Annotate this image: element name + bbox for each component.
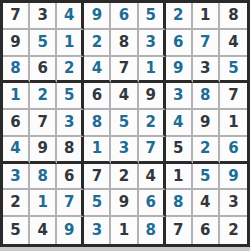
sudoku-cell-r9c8[interactable]: 6 <box>193 217 220 244</box>
sudoku-cell-r8c3[interactable]: 7 <box>57 190 84 217</box>
sudoku-cell-r2c8[interactable]: 7 <box>193 30 220 57</box>
sudoku-cell-r1c3[interactable]: 4 <box>57 3 84 30</box>
sudoku-cell-r5c9[interactable]: 1 <box>220 110 247 137</box>
sudoku-cell-r9c9[interactable]: 2 <box>220 217 247 244</box>
sudoku-cell-r6c8[interactable]: 2 <box>193 137 220 164</box>
sudoku-cell-r3c1[interactable]: 8 <box>3 57 30 84</box>
sudoku-cell-r7c5[interactable]: 2 <box>111 164 138 191</box>
sudoku-cell-r2c5[interactable]: 8 <box>111 30 138 57</box>
sudoku-cell-r9c5[interactable]: 1 <box>111 217 138 244</box>
sudoku-cell-r1c1[interactable]: 7 <box>3 3 30 30</box>
sudoku-cell-r2c2[interactable]: 5 <box>30 30 57 57</box>
sudoku-cell-r2c7[interactable]: 6 <box>166 30 193 57</box>
sudoku-cell-r5c3[interactable]: 3 <box>57 110 84 137</box>
sudoku-cell-r6c9[interactable]: 6 <box>220 137 247 164</box>
sudoku-cell-r8c2[interactable]: 1 <box>30 190 57 217</box>
sudoku-cell-r6c4[interactable]: 1 <box>84 137 111 164</box>
sudoku-cell-r6c3[interactable]: 8 <box>57 137 84 164</box>
sudoku-cell-r4c4[interactable]: 6 <box>84 83 111 110</box>
sudoku-cell-r4c8[interactable]: 8 <box>193 83 220 110</box>
sudoku-cell-r3c7[interactable]: 9 <box>166 57 193 84</box>
sudoku-cell-r6c2[interactable]: 9 <box>30 137 57 164</box>
sudoku-cell-r3c8[interactable]: 3 <box>193 57 220 84</box>
sudoku-cell-r4c9[interactable]: 7 <box>220 83 247 110</box>
sudoku-cell-r7c2[interactable]: 8 <box>30 164 57 191</box>
sudoku-cell-r6c6[interactable]: 7 <box>139 137 166 164</box>
sudoku-cell-r8c8[interactable]: 4 <box>193 190 220 217</box>
sudoku-cell-r9c6[interactable]: 8 <box>139 217 166 244</box>
sudoku-cell-r7c3[interactable]: 6 <box>57 164 84 191</box>
sudoku-cell-r1c7[interactable]: 2 <box>166 3 193 30</box>
sudoku-cell-r4c7[interactable]: 3 <box>166 83 193 110</box>
sudoku-cell-r8c7[interactable]: 8 <box>166 190 193 217</box>
sudoku-cell-r7c7[interactable]: 1 <box>166 164 193 191</box>
sudoku-cell-r2c9[interactable]: 4 <box>220 30 247 57</box>
sudoku-cell-r2c4[interactable]: 2 <box>84 30 111 57</box>
sudoku-cell-r4c2[interactable]: 2 <box>30 83 57 110</box>
sudoku-cell-r7c6[interactable]: 4 <box>139 164 166 191</box>
sudoku-cell-r1c8[interactable]: 1 <box>193 3 220 30</box>
sudoku-cell-r6c1[interactable]: 4 <box>3 137 30 164</box>
sudoku-cell-r9c4[interactable]: 3 <box>84 217 111 244</box>
sudoku-cell-r5c6[interactable]: 2 <box>139 110 166 137</box>
sudoku-cell-r4c6[interactable]: 9 <box>139 83 166 110</box>
sudoku-cell-r1c4[interactable]: 9 <box>84 3 111 30</box>
sudoku-cell-r1c2[interactable]: 3 <box>30 3 57 30</box>
sudoku-cell-r5c2[interactable]: 7 <box>30 110 57 137</box>
sudoku-cell-r6c7[interactable]: 5 <box>166 137 193 164</box>
sudoku-cell-r9c1[interactable]: 5 <box>3 217 30 244</box>
sudoku-cell-r9c2[interactable]: 4 <box>30 217 57 244</box>
sudoku-cell-r3c9[interactable]: 5 <box>220 57 247 84</box>
sudoku-cell-r2c3[interactable]: 1 <box>57 30 84 57</box>
sudoku-cell-r9c7[interactable]: 7 <box>166 217 193 244</box>
sudoku-cell-r8c1[interactable]: 2 <box>3 190 30 217</box>
sudoku-cell-r1c5[interactable]: 6 <box>111 3 138 30</box>
sudoku-cell-r1c9[interactable]: 8 <box>220 3 247 30</box>
sudoku-cell-r4c5[interactable]: 4 <box>111 83 138 110</box>
sudoku-cell-r8c4[interactable]: 5 <box>84 190 111 217</box>
sudoku-cell-r5c1[interactable]: 6 <box>3 110 30 137</box>
sudoku-cell-r7c8[interactable]: 5 <box>193 164 220 191</box>
sudoku-cell-r3c6[interactable]: 1 <box>139 57 166 84</box>
sudoku-cell-r7c4[interactable]: 7 <box>84 164 111 191</box>
sudoku-cell-r2c6[interactable]: 3 <box>139 30 166 57</box>
sudoku-cell-r7c1[interactable]: 3 <box>3 164 30 191</box>
sudoku-cell-r4c1[interactable]: 1 <box>3 83 30 110</box>
sudoku-cell-r3c4[interactable]: 4 <box>84 57 111 84</box>
sudoku-cell-r9c3[interactable]: 9 <box>57 217 84 244</box>
sudoku-cell-r4c3[interactable]: 5 <box>57 83 84 110</box>
sudoku-cell-r5c7[interactable]: 4 <box>166 110 193 137</box>
sudoku-cell-r5c8[interactable]: 9 <box>193 110 220 137</box>
sudoku-cell-r8c9[interactable]: 3 <box>220 190 247 217</box>
sudoku-cell-r8c6[interactable]: 6 <box>139 190 166 217</box>
sudoku-cell-r3c3[interactable]: 2 <box>57 57 84 84</box>
sudoku-cell-r2c1[interactable]: 9 <box>3 30 30 57</box>
sudoku-cell-r5c4[interactable]: 8 <box>84 110 111 137</box>
sudoku-board: 7349652189512836748624719351256493876738… <box>0 0 250 247</box>
sudoku-cell-r6c5[interactable]: 3 <box>111 137 138 164</box>
sudoku-cell-r1c6[interactable]: 5 <box>139 3 166 30</box>
sudoku-cell-r8c5[interactable]: 9 <box>111 190 138 217</box>
sudoku-cell-r3c5[interactable]: 7 <box>111 57 138 84</box>
sudoku-cell-r7c9[interactable]: 9 <box>220 164 247 191</box>
sudoku-cell-r5c5[interactable]: 5 <box>111 110 138 137</box>
sudoku-cell-r3c2[interactable]: 6 <box>30 57 57 84</box>
